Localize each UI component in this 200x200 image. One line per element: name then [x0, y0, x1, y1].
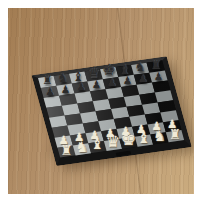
- piece-white-king: ♚: [121, 131, 136, 148]
- product-photo[interactable]: ♜♞♝♛♚♝♞♜♟♟♟♟♟♟♟♟♟♟♟♟♟♟♟♟♜♞♝♛♚♝♞♜ Folding…: [0, 0, 200, 200]
- piece-black-pawn: ♟: [138, 72, 147, 83]
- piece-black-pawn: ♟: [107, 77, 116, 88]
- piece-black-pawn: ♟: [61, 83, 70, 94]
- piece-white-knight: ♞: [153, 129, 166, 143]
- piece-black-pawn: ♟: [76, 81, 85, 92]
- piece-white-rook: ♜: [61, 143, 73, 156]
- piece-white-queen: ♛: [106, 134, 120, 150]
- piece-white-bishop: ♝: [91, 137, 104, 152]
- board-clasp: [116, 151, 132, 157]
- piece-black-pawn: ♟: [92, 79, 101, 90]
- piece-black-pawn: ♟: [45, 85, 54, 96]
- piece-white-knight: ♞: [76, 140, 89, 154]
- piece-black-pawn: ♟: [123, 74, 132, 85]
- piece-white-rook: ♜: [169, 128, 181, 141]
- piece-black-pawn: ♟: [154, 70, 163, 81]
- piece-white-bishop: ♝: [137, 131, 150, 146]
